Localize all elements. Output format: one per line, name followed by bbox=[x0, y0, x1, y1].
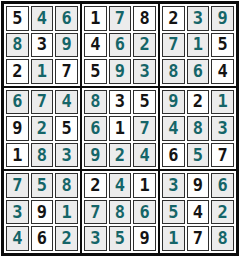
cell-r8c7[interactable]: 5 bbox=[162, 200, 185, 225]
sudoku-board: 5468392171784625932397158646749251838356… bbox=[1, 1, 239, 256]
cell-r9c1[interactable]: 4 bbox=[6, 226, 29, 251]
box-2: 178462593 bbox=[82, 4, 158, 86]
cell-r9c9[interactable]: 8 bbox=[211, 226, 234, 251]
cell-r1c7[interactable]: 2 bbox=[162, 6, 185, 31]
cell-r2c4[interactable]: 4 bbox=[84, 33, 107, 58]
box-4: 674925183 bbox=[4, 88, 80, 170]
cell-r3c5[interactable]: 9 bbox=[109, 59, 132, 84]
cell-r3c2[interactable]: 1 bbox=[31, 59, 54, 84]
cell-r2c7[interactable]: 7 bbox=[162, 33, 185, 58]
cell-r3c4[interactable]: 5 bbox=[84, 59, 107, 84]
cell-r9c2[interactable]: 6 bbox=[31, 226, 54, 251]
cell-r9c8[interactable]: 7 bbox=[187, 226, 210, 251]
cell-r3c6[interactable]: 3 bbox=[133, 59, 156, 84]
cell-r6c6[interactable]: 4 bbox=[133, 143, 156, 168]
cell-r8c8[interactable]: 4 bbox=[187, 200, 210, 225]
cell-r8c6[interactable]: 6 bbox=[133, 200, 156, 225]
cell-r7c3[interactable]: 8 bbox=[55, 173, 78, 198]
cell-r4c2[interactable]: 7 bbox=[31, 90, 54, 115]
cell-r6c5[interactable]: 2 bbox=[109, 143, 132, 168]
cell-r6c1[interactable]: 1 bbox=[6, 143, 29, 168]
cell-r8c1[interactable]: 3 bbox=[6, 200, 29, 225]
cell-r7c5[interactable]: 4 bbox=[109, 173, 132, 198]
cell-r1c9[interactable]: 9 bbox=[211, 6, 234, 31]
box-3: 239715864 bbox=[160, 4, 236, 86]
cell-r5c7[interactable]: 4 bbox=[162, 116, 185, 141]
cell-r5c8[interactable]: 8 bbox=[187, 116, 210, 141]
cell-r5c4[interactable]: 6 bbox=[84, 116, 107, 141]
cell-r5c3[interactable]: 5 bbox=[55, 116, 78, 141]
cell-r1c4[interactable]: 1 bbox=[84, 6, 107, 31]
cell-r9c7[interactable]: 1 bbox=[162, 226, 185, 251]
cell-r4c1[interactable]: 6 bbox=[6, 90, 29, 115]
box-9: 396542178 bbox=[160, 171, 236, 253]
cell-r5c5[interactable]: 1 bbox=[109, 116, 132, 141]
cell-r4c7[interactable]: 9 bbox=[162, 90, 185, 115]
cell-r2c6[interactable]: 2 bbox=[133, 33, 156, 58]
cell-r1c1[interactable]: 5 bbox=[6, 6, 29, 31]
cell-r2c3[interactable]: 9 bbox=[55, 33, 78, 58]
cell-r7c4[interactable]: 2 bbox=[84, 173, 107, 198]
cell-r3c9[interactable]: 4 bbox=[211, 59, 234, 84]
cell-r1c6[interactable]: 8 bbox=[133, 6, 156, 31]
cell-r4c6[interactable]: 5 bbox=[133, 90, 156, 115]
cell-r7c2[interactable]: 5 bbox=[31, 173, 54, 198]
cell-r5c9[interactable]: 3 bbox=[211, 116, 234, 141]
cell-r3c7[interactable]: 8 bbox=[162, 59, 185, 84]
cell-r9c5[interactable]: 5 bbox=[109, 226, 132, 251]
cell-r9c6[interactable]: 9 bbox=[133, 226, 156, 251]
cell-r6c8[interactable]: 5 bbox=[187, 143, 210, 168]
cell-r6c9[interactable]: 7 bbox=[211, 143, 234, 168]
cell-r2c1[interactable]: 8 bbox=[6, 33, 29, 58]
cell-r7c8[interactable]: 9 bbox=[187, 173, 210, 198]
box-7: 758391462 bbox=[4, 171, 80, 253]
cell-r6c7[interactable]: 6 bbox=[162, 143, 185, 168]
cell-r8c4[interactable]: 7 bbox=[84, 200, 107, 225]
cell-r4c3[interactable]: 4 bbox=[55, 90, 78, 115]
cell-r2c8[interactable]: 1 bbox=[187, 33, 210, 58]
cell-r8c3[interactable]: 1 bbox=[55, 200, 78, 225]
cell-r4c9[interactable]: 1 bbox=[211, 90, 234, 115]
cell-r9c4[interactable]: 3 bbox=[84, 226, 107, 251]
cell-r1c8[interactable]: 3 bbox=[187, 6, 210, 31]
cell-r4c8[interactable]: 2 bbox=[187, 90, 210, 115]
cell-r2c5[interactable]: 6 bbox=[109, 33, 132, 58]
cell-r5c1[interactable]: 9 bbox=[6, 116, 29, 141]
cell-r4c4[interactable]: 8 bbox=[84, 90, 107, 115]
cell-r3c1[interactable]: 2 bbox=[6, 59, 29, 84]
cell-r3c8[interactable]: 6 bbox=[187, 59, 210, 84]
cell-r2c2[interactable]: 3 bbox=[31, 33, 54, 58]
cell-r7c7[interactable]: 3 bbox=[162, 173, 185, 198]
cell-r4c5[interactable]: 3 bbox=[109, 90, 132, 115]
cell-r6c3[interactable]: 3 bbox=[55, 143, 78, 168]
cell-r6c4[interactable]: 9 bbox=[84, 143, 107, 168]
cell-r7c9[interactable]: 6 bbox=[211, 173, 234, 198]
cell-r6c2[interactable]: 8 bbox=[31, 143, 54, 168]
cell-r1c2[interactable]: 4 bbox=[31, 6, 54, 31]
cell-r5c6[interactable]: 7 bbox=[133, 116, 156, 141]
cell-r1c5[interactable]: 7 bbox=[109, 6, 132, 31]
cell-r7c6[interactable]: 1 bbox=[133, 173, 156, 198]
cell-r5c2[interactable]: 2 bbox=[31, 116, 54, 141]
cell-r7c1[interactable]: 7 bbox=[6, 173, 29, 198]
cell-r8c2[interactable]: 9 bbox=[31, 200, 54, 225]
cell-r1c3[interactable]: 6 bbox=[55, 6, 78, 31]
cell-r3c3[interactable]: 7 bbox=[55, 59, 78, 84]
box-8: 241786359 bbox=[82, 171, 158, 253]
box-1: 546839217 bbox=[4, 4, 80, 86]
box-6: 921483657 bbox=[160, 88, 236, 170]
box-5: 835617924 bbox=[82, 88, 158, 170]
cell-r8c9[interactable]: 2 bbox=[211, 200, 234, 225]
cell-r2c9[interactable]: 5 bbox=[211, 33, 234, 58]
cell-r8c5[interactable]: 8 bbox=[109, 200, 132, 225]
cell-r9c3[interactable]: 2 bbox=[55, 226, 78, 251]
